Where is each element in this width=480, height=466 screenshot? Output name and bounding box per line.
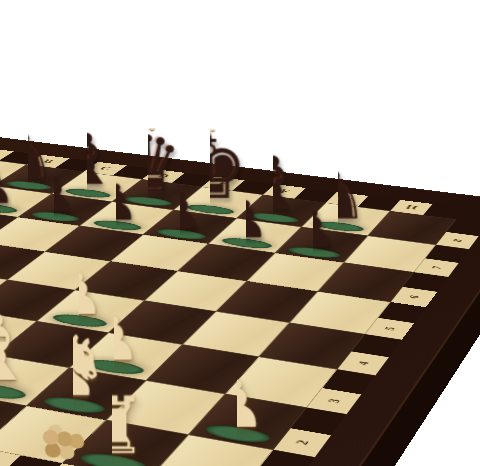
cream-finial-coronet: •• [141, 123, 154, 136]
black-pawn-glyph: ♟ [223, 196, 268, 244]
board-grid: ABCDEFGH8♜♞♝♛••♚+♝♞87♟♟♟♟♟♟♟766554♟43♟♟3… [0, 145, 480, 466]
white-bishop-glyph: ♝ [0, 306, 36, 392]
file-letter: H [404, 204, 419, 211]
rank-number: 3 [324, 398, 345, 405]
rank-number: 7 [428, 265, 446, 270]
black-pawn-glyph: ♟ [158, 187, 203, 234]
black-pawn-glyph: ♟ [94, 179, 138, 226]
black-pawn-glyph: ♟ [32, 171, 76, 217]
rank-number: 8 [449, 238, 466, 242]
black-pawn-glyph: ♟ [291, 204, 337, 253]
black-pawn-glyph: ♟ [0, 163, 15, 209]
rank-number: 6 [405, 294, 424, 299]
board-frame: ABCDEFGH8♜♞♝♛••♚+♝♞87♟♟♟♟♟♟♟766554♟43♟♟3… [0, 131, 480, 466]
rank-number: 2 [291, 439, 313, 446]
rank-number: 4 [353, 360, 373, 366]
rank-number: 5 [380, 326, 399, 332]
chess-board: ABCDEFGH8♜♞♝♛••♚+♝♞87♟♟♟♟♟♟♟766554♟43♟♟3… [0, 131, 480, 466]
chess-set-photo: ABCDEFGH8♜♞♝♛••♚+♝♞87♟♟♟♟♟♟♟766554♟43♟♟3… [0, 0, 480, 466]
white-pawn-glyph: ♟ [208, 374, 266, 435]
cream-finial-cross: + [205, 123, 214, 136]
square-h4 [259, 323, 365, 370]
